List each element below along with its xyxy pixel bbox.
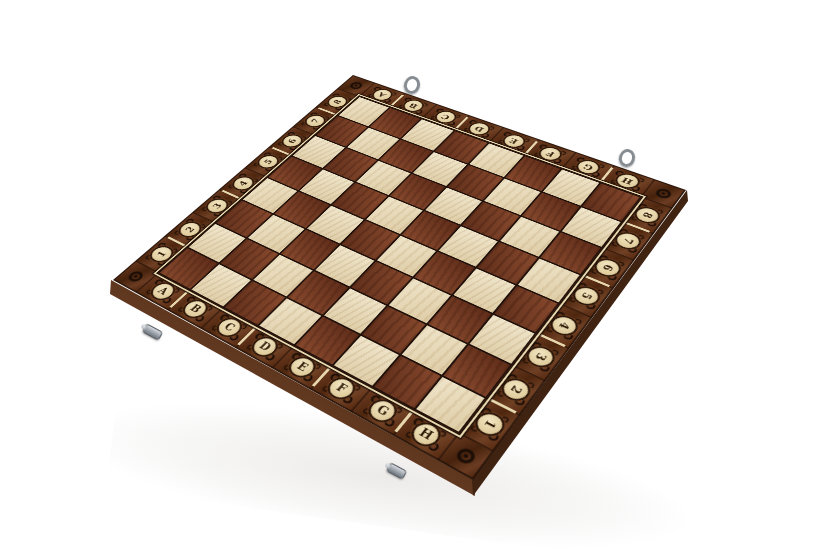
photo-canvas: ABCDEFGH8877665544332211ABCDEFGH	[0, 0, 840, 560]
coordinate-label: 3	[533, 351, 548, 362]
coordinate-label: C	[222, 322, 236, 333]
hinge-ring-icon	[617, 147, 638, 169]
coordinate-label: 2	[508, 384, 524, 395]
coordinate-label: E	[295, 361, 310, 373]
coordinate-label: F	[545, 150, 556, 158]
coordinate-medallion: 6	[593, 257, 622, 278]
coordinate-label: B	[188, 303, 203, 314]
coordinate-label: B	[407, 102, 419, 109]
clasp-hook-icon	[142, 323, 163, 341]
coordinate-medallion: E	[287, 355, 318, 379]
coordinate-label: H	[621, 176, 635, 185]
coordinate-label: D	[257, 341, 272, 353]
coordinate-label: 5	[579, 291, 594, 301]
coordinate-label: G	[374, 404, 390, 417]
coordinate-label: 7	[621, 236, 635, 245]
coordinate-medallion: 6	[280, 134, 305, 149]
coordinate-medallion: 8	[633, 206, 661, 225]
coordinate-label: 4	[237, 180, 249, 187]
coordinate-medallion: F	[537, 146, 563, 162]
coordinate-label: E	[508, 137, 520, 145]
coordinate-medallion: 2	[500, 377, 533, 403]
coordinate-label: 4	[557, 320, 572, 330]
coordinate-label: 1	[155, 250, 168, 258]
coordinate-medallion: G	[366, 398, 399, 424]
coordinate-label: C	[440, 113, 452, 120]
coordinate-medallion: G	[575, 159, 601, 176]
coordinate-label: 7	[310, 118, 321, 124]
coordinate-medallion: F	[325, 376, 357, 401]
coordinate-medallion: 3	[204, 197, 230, 214]
coordinate-medallion: D	[250, 335, 280, 358]
coordinate-medallion: 2	[177, 221, 204, 239]
coordinate-label: 2	[184, 226, 196, 234]
coordinate-medallion: A	[371, 88, 395, 101]
coordinate-medallion: B	[181, 298, 210, 319]
coordinate-medallion: 1	[473, 411, 506, 438]
coordinate-medallion: 4	[230, 175, 256, 191]
coordinate-medallion: C	[214, 316, 244, 338]
coordinate-label: G	[582, 163, 595, 172]
coordinate-label: F	[334, 382, 348, 394]
coordinate-medallion: 8	[326, 95, 350, 109]
coordinate-medallion: B	[401, 99, 425, 113]
coordinate-medallion: E	[501, 133, 526, 148]
coordinate-label: H	[417, 427, 435, 442]
coordinate-label: 1	[482, 418, 498, 430]
coordinate-label: 3	[211, 202, 223, 210]
coordinate-label: 5	[262, 158, 274, 165]
coordinate-medallion: 1	[148, 245, 175, 264]
coordinate-label: 8	[640, 211, 654, 219]
coordinate-label: A	[377, 91, 388, 98]
coordinate-label: D	[473, 125, 485, 133]
coordinate-medallion: H	[614, 172, 641, 189]
coordinate-medallion: A	[149, 281, 177, 301]
coordinate-medallion: H	[409, 421, 442, 449]
coordinate-label: 6	[286, 138, 298, 145]
coordinate-medallion: 5	[256, 154, 281, 170]
coordinate-label: 6	[600, 263, 614, 272]
coordinate-label: 8	[332, 99, 343, 105]
coordinate-medallion: D	[467, 121, 492, 136]
coordinate-medallion: 3	[525, 345, 557, 369]
coordinate-medallion: 7	[614, 231, 643, 251]
coordinate-medallion: 7	[303, 114, 327, 128]
coordinate-label: A	[156, 286, 170, 296]
coordinate-medallion: C	[433, 110, 457, 124]
coordinate-medallion: 4	[549, 314, 580, 337]
coordinate-medallion: 5	[571, 285, 601, 307]
